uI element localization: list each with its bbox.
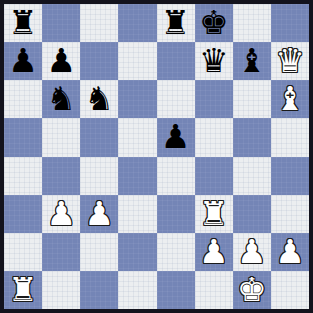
square-e6[interactable] (157, 80, 195, 118)
square-d7[interactable] (118, 42, 156, 80)
square-d5[interactable] (118, 118, 156, 156)
piece-black-rook[interactable]: ♜ (161, 4, 191, 42)
square-f4[interactable] (195, 157, 233, 195)
square-a2[interactable] (4, 233, 42, 271)
piece-black-king[interactable]: ♚ (199, 4, 229, 42)
square-g2[interactable]: ♟ (233, 233, 271, 271)
square-a7[interactable]: ♟ (4, 42, 42, 80)
piece-black-pawn[interactable]: ♟ (8, 42, 38, 80)
square-c2[interactable] (80, 233, 118, 271)
square-e2[interactable] (157, 233, 195, 271)
square-g6[interactable] (233, 80, 271, 118)
piece-white-rook[interactable]: ♜ (199, 195, 229, 233)
square-e8[interactable]: ♜ (157, 4, 195, 42)
square-b6[interactable]: ♞ (42, 80, 80, 118)
square-d3[interactable] (118, 195, 156, 233)
square-e3[interactable] (157, 195, 195, 233)
square-e1[interactable] (157, 271, 195, 309)
piece-white-rook[interactable]: ♜ (8, 271, 38, 309)
square-h7[interactable]: ♛ (271, 42, 309, 80)
square-h3[interactable] (271, 195, 309, 233)
square-c5[interactable] (80, 118, 118, 156)
square-e5[interactable]: ♟ (157, 118, 195, 156)
square-d1[interactable] (118, 271, 156, 309)
square-b2[interactable] (42, 233, 80, 271)
square-g4[interactable] (233, 157, 271, 195)
square-f5[interactable] (195, 118, 233, 156)
piece-black-rook[interactable]: ♜ (8, 4, 38, 42)
square-d4[interactable] (118, 157, 156, 195)
square-h2[interactable]: ♟ (271, 233, 309, 271)
square-f2[interactable]: ♟ (195, 233, 233, 271)
square-b7[interactable]: ♟ (42, 42, 80, 80)
square-h6[interactable]: ♝ (271, 80, 309, 118)
piece-white-king[interactable]: ♚ (237, 271, 267, 309)
piece-white-queen[interactable]: ♛ (275, 42, 305, 80)
square-c8[interactable] (80, 4, 118, 42)
piece-white-pawn[interactable]: ♟ (85, 195, 115, 233)
square-c3[interactable]: ♟ (80, 195, 118, 233)
square-g8[interactable] (233, 4, 271, 42)
piece-black-pawn[interactable]: ♟ (46, 42, 76, 80)
square-c1[interactable] (80, 271, 118, 309)
square-f6[interactable] (195, 80, 233, 118)
square-g1[interactable]: ♚ (233, 271, 271, 309)
square-a8[interactable]: ♜ (4, 4, 42, 42)
square-c7[interactable] (80, 42, 118, 80)
square-a4[interactable] (4, 157, 42, 195)
square-b8[interactable] (42, 4, 80, 42)
piece-white-pawn[interactable]: ♟ (275, 233, 305, 271)
piece-white-pawn[interactable]: ♟ (199, 233, 229, 271)
piece-black-bishop[interactable]: ♝ (237, 42, 267, 80)
piece-white-bishop[interactable]: ♝ (275, 80, 305, 118)
square-e7[interactable] (157, 42, 195, 80)
square-d6[interactable] (118, 80, 156, 118)
piece-white-pawn[interactable]: ♟ (237, 233, 267, 271)
square-g7[interactable]: ♝ (233, 42, 271, 80)
piece-black-queen[interactable]: ♛ (199, 42, 229, 80)
square-b3[interactable]: ♟ (42, 195, 80, 233)
square-h8[interactable] (271, 4, 309, 42)
square-f1[interactable] (195, 271, 233, 309)
square-f8[interactable]: ♚ (195, 4, 233, 42)
square-a6[interactable] (4, 80, 42, 118)
square-f7[interactable]: ♛ (195, 42, 233, 80)
square-h4[interactable] (271, 157, 309, 195)
square-g3[interactable] (233, 195, 271, 233)
square-d2[interactable] (118, 233, 156, 271)
square-a3[interactable] (4, 195, 42, 233)
piece-black-knight[interactable]: ♞ (85, 80, 115, 118)
square-f3[interactable]: ♜ (195, 195, 233, 233)
square-b1[interactable] (42, 271, 80, 309)
square-b4[interactable] (42, 157, 80, 195)
square-c6[interactable]: ♞ (80, 80, 118, 118)
piece-black-pawn[interactable]: ♟ (161, 118, 191, 156)
piece-black-knight[interactable]: ♞ (46, 80, 76, 118)
square-b5[interactable] (42, 118, 80, 156)
square-h1[interactable] (271, 271, 309, 309)
square-h5[interactable] (271, 118, 309, 156)
piece-white-pawn[interactable]: ♟ (46, 195, 76, 233)
square-a1[interactable]: ♜ (4, 271, 42, 309)
square-g5[interactable] (233, 118, 271, 156)
square-a5[interactable] (4, 118, 42, 156)
square-d8[interactable] (118, 4, 156, 42)
square-e4[interactable] (157, 157, 195, 195)
square-c4[interactable] (80, 157, 118, 195)
chess-board: ♜♜♚♟♟♛♝♛♞♞♝♟♟♟♜♟♟♟♜♚ (0, 0, 313, 313)
